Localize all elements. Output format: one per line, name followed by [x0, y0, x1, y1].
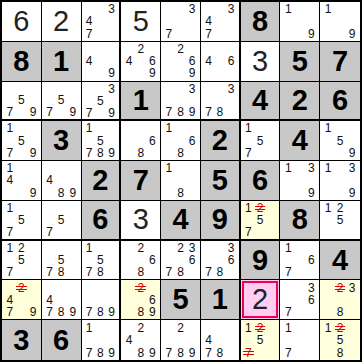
cell-r3c4[interactable]: 1 — [121, 82, 161, 122]
cell-r6c7[interactable]: 1257 — [241, 201, 281, 241]
candidate-2: 2 — [137, 322, 144, 334]
candidate-1: 1 — [325, 202, 332, 214]
cell-r6c1[interactable]: 157 — [2, 201, 42, 241]
cell-r4c8[interactable]: 4 — [280, 121, 320, 161]
given-digit: 2 — [292, 86, 308, 115]
candidate-1: 1 — [166, 162, 173, 174]
cell-r5c8[interactable]: 139 — [280, 161, 320, 201]
candidate-4: 4 — [86, 15, 93, 27]
candidate-grid: 2469 — [121, 42, 160, 81]
candidate-9: 9 — [349, 187, 356, 199]
given-digit: 6 — [92, 205, 108, 234]
candidate-1: 1 — [86, 122, 93, 134]
cell-r4c7[interactable]: 157 — [241, 121, 281, 161]
cell-r7c5[interactable]: 23678 — [161, 241, 201, 281]
cell-r7c8[interactable]: 167 — [280, 241, 320, 281]
candidate-9: 9 — [149, 347, 156, 359]
candidate-9: 9 — [308, 28, 315, 40]
candidate-5: 5 — [58, 214, 65, 226]
candidate-5: 5 — [97, 95, 104, 107]
candidate-7: 7 — [166, 347, 173, 359]
candidate-grid: 46 — [201, 42, 239, 81]
cell-r5c4[interactable]: 7 — [121, 161, 161, 201]
cell-r1c6[interactable]: 347 — [201, 2, 241, 42]
cell-r4c9[interactable]: 159 — [320, 121, 360, 161]
candidate-grid: 18 — [161, 161, 200, 200]
candidate-5: 5 — [257, 214, 264, 226]
candidate-7: 7 — [6, 147, 13, 159]
given-digit: 9 — [212, 205, 228, 234]
candidate-8: 8 — [177, 266, 184, 278]
candidate-grid: 347 — [201, 2, 239, 41]
candidate-1: 1 — [245, 322, 252, 334]
candidate-grid: 367 — [280, 280, 319, 319]
candidate-8: 8 — [137, 147, 144, 159]
candidate-grid: 3789 — [161, 82, 200, 120]
cell-r5c1[interactable]: 149 — [2, 161, 42, 201]
candidate-1: 1 — [6, 122, 13, 134]
candidate-grid: 238 — [320, 280, 360, 319]
candidate-grid: 19 — [280, 2, 319, 41]
cell-r7c6[interactable]: 3678 — [201, 241, 241, 281]
given-digit: 5 — [292, 47, 308, 76]
candidate-8: 8 — [177, 347, 184, 359]
candidate-grid: 579 — [2, 82, 41, 120]
given-digit: 8 — [13, 47, 29, 76]
candidate-grid: 37 — [161, 2, 200, 41]
candidate-7: 7 — [205, 266, 212, 278]
candidate-7: 7 — [86, 107, 93, 119]
candidate-7: 7 — [205, 106, 212, 118]
candidate-grid: 268 — [121, 241, 160, 280]
candidate-9: 9 — [108, 306, 115, 318]
candidate-8: 8 — [97, 306, 104, 318]
cell-r2c3[interactable]: 49 — [82, 42, 122, 82]
cell-r5c3[interactable]: 2 — [82, 161, 122, 201]
candidate-4: 4 — [126, 55, 133, 67]
given-digit: 7 — [332, 47, 348, 76]
cell-r3c5[interactable]: 3789 — [161, 82, 201, 122]
given-digit: 6 — [332, 86, 348, 115]
candidate-8: 8 — [216, 347, 223, 359]
given-digit: 4 — [172, 205, 188, 234]
candidate-9: 9 — [69, 306, 76, 318]
cell-r7c1[interactable]: 1257 — [2, 241, 42, 281]
cell-r7c9[interactable]: 4 — [320, 241, 360, 281]
candidate-2: 2 — [18, 242, 25, 254]
candidate-7: 7 — [6, 106, 13, 118]
candidate-7: 7 — [86, 347, 93, 359]
cell-r7c7[interactable]: 9 — [241, 241, 281, 281]
candidate-grid: 15789 — [82, 121, 120, 160]
candidate-7: 7 — [205, 28, 212, 40]
cell-r1c8[interactable]: 19 — [280, 2, 320, 42]
candidate-3: 3 — [349, 282, 356, 294]
candidate-1: 1 — [285, 242, 292, 254]
cell-r9c5[interactable]: 2789 — [161, 320, 201, 360]
given-digit: 8 — [292, 205, 308, 234]
candidate-7: 7 — [285, 347, 292, 359]
cell-r8c9[interactable]: 238 — [320, 280, 360, 320]
cell-r6c2[interactable]: 57 — [42, 201, 82, 241]
candidate-3: 3 — [228, 242, 235, 254]
cell-r3c1[interactable]: 579 — [2, 82, 42, 122]
candidate-grid: 19 — [320, 2, 360, 41]
cell-r4c5[interactable]: 168 — [161, 121, 201, 161]
candidate-grid: 578 — [42, 241, 81, 280]
candidate-4: 4 — [205, 334, 212, 346]
candidate-3: 3 — [308, 282, 315, 294]
entered-digit: 2 — [252, 285, 268, 314]
candidate-grid: 17 — [280, 320, 319, 360]
candidate-6: 6 — [149, 55, 156, 67]
candidate-7: 7 — [46, 306, 53, 318]
candidate-grid: 2489 — [121, 320, 160, 360]
candidate-3: 3 — [228, 83, 235, 95]
candidate-grid: 159 — [320, 121, 360, 160]
candidate-8: 8 — [137, 266, 144, 278]
cell-r4c4[interactable]: 68 — [121, 121, 161, 161]
candidate-6: 6 — [189, 135, 196, 147]
given-digit: 1 — [53, 47, 69, 76]
cell-r8c5[interactable]: 5 — [161, 280, 201, 320]
given-digit: 4 — [252, 86, 268, 115]
candidate-9: 9 — [69, 187, 76, 199]
candidate-grid: 3678 — [201, 241, 239, 280]
candidate-4: 4 — [86, 55, 93, 67]
candidate-grid: 1257 — [241, 320, 280, 360]
cell-r3c2[interactable]: 579 — [42, 82, 82, 122]
cell-r2c2[interactable]: 1 — [42, 42, 82, 82]
given-digit: 7 — [133, 166, 149, 195]
candidate-5: 5 — [337, 334, 344, 346]
candidate-4: 4 — [6, 174, 13, 186]
candidate-7: 7 — [86, 266, 93, 278]
candidate-4: 4 — [6, 294, 13, 306]
candidate-5: 5 — [58, 254, 65, 266]
candidate-6: 6 — [149, 294, 156, 306]
candidate-3: 3 — [108, 3, 115, 15]
candidate-9: 9 — [30, 187, 37, 199]
candidate-3: 3 — [108, 83, 115, 95]
candidate-5: 5 — [257, 334, 264, 346]
cell-r9c7[interactable]: 1257 — [241, 320, 281, 360]
candidate-9: 9 — [30, 106, 37, 118]
candidate-grid: 49 — [82, 42, 120, 81]
candidate-grid: 1257 — [2, 241, 41, 280]
cell-r2c1[interactable]: 8 — [2, 42, 42, 82]
candidate-3: 3 — [189, 3, 196, 15]
candidate-7: 7 — [245, 147, 252, 159]
candidate-2-struck: 2 — [337, 322, 344, 334]
candidate-8: 8 — [137, 306, 144, 318]
cell-r7c3[interactable]: 1578 — [82, 241, 122, 281]
candidate-9: 9 — [108, 347, 115, 359]
cell-r4c1[interactable]: 1579 — [2, 121, 42, 161]
cell-r4c3[interactable]: 15789 — [82, 121, 122, 161]
cell-r8c3[interactable]: 789 — [82, 280, 122, 320]
candidate-grid: 2689 — [121, 280, 160, 319]
cell-r2c6[interactable]: 46 — [201, 42, 241, 82]
candidate-3: 3 — [189, 83, 196, 95]
candidate-8: 8 — [177, 106, 184, 118]
candidate-grid: 2479 — [2, 280, 41, 319]
candidate-1: 1 — [325, 122, 332, 134]
cell-r5c7[interactable]: 6 — [241, 161, 281, 201]
solved-digit: 6 — [13, 7, 29, 36]
candidate-7: 7 — [46, 106, 53, 118]
cell-r6c8[interactable]: 8 — [280, 201, 320, 241]
cell-r1c3[interactable]: 347 — [82, 2, 122, 42]
candidate-7: 7 — [166, 106, 173, 118]
candidate-1: 1 — [285, 322, 292, 334]
cell-r2c5[interactable]: 269 — [161, 42, 201, 82]
given-digit: 3 — [13, 326, 29, 355]
candidate-9: 9 — [108, 147, 115, 159]
cell-r3c8[interactable]: 2 — [280, 82, 320, 122]
candidate-grid: 269 — [161, 42, 200, 81]
candidate-grid: 1258 — [320, 320, 360, 360]
candidate-8: 8 — [58, 187, 65, 199]
cell-r8c8[interactable]: 367 — [280, 280, 320, 320]
cell-r3c6[interactable]: 378 — [201, 82, 241, 122]
candidate-5: 5 — [337, 135, 344, 147]
candidate-grid: 1257 — [241, 201, 280, 239]
candidate-grid: 1789 — [82, 320, 120, 360]
candidate-2: 2 — [137, 43, 144, 55]
cell-r9c6[interactable]: 478 — [201, 320, 241, 360]
candidate-7: 7 — [285, 306, 292, 318]
cell-r9c9[interactable]: 1258 — [320, 320, 360, 360]
given-digit: 1 — [133, 86, 149, 115]
candidate-4: 4 — [205, 55, 212, 67]
candidate-9: 9 — [189, 67, 196, 79]
candidate-9: 9 — [69, 106, 76, 118]
candidate-grid: 157 — [241, 121, 280, 160]
cell-r4c6[interactable]: 2 — [201, 121, 241, 161]
given-digit: 3 — [53, 126, 69, 155]
cell-r1c1[interactable]: 6 — [2, 2, 42, 42]
given-digit: 5 — [212, 166, 228, 195]
candidate-2: 2 — [137, 242, 144, 254]
candidate-grid: 579 — [42, 82, 81, 120]
candidate-grid: 167 — [280, 241, 319, 280]
candidate-6: 6 — [228, 254, 235, 266]
candidate-8: 8 — [216, 106, 223, 118]
candidate-9: 9 — [30, 147, 37, 159]
cell-r9c1[interactable]: 3 — [2, 320, 42, 360]
solved-digit: 3 — [133, 205, 149, 234]
candidate-7: 7 — [86, 28, 93, 40]
candidate-2-struck: 2 — [137, 282, 144, 294]
candidate-9: 9 — [30, 306, 37, 318]
cell-r9c3[interactable]: 1789 — [82, 320, 122, 360]
candidate-7: 7 — [205, 347, 212, 359]
cell-r8c2[interactable]: 4789 — [42, 280, 82, 320]
candidate-2: 2 — [177, 242, 184, 254]
candidate-1: 1 — [86, 242, 93, 254]
candidate-grid: 4789 — [42, 280, 81, 319]
candidate-grid: 168 — [161, 121, 200, 160]
candidate-grid: 139 — [280, 161, 319, 200]
candidate-grid: 68 — [121, 121, 160, 160]
cell-r1c4[interactable]: 5 — [121, 2, 161, 42]
candidate-6: 6 — [308, 254, 315, 266]
candidate-grid: 789 — [82, 280, 120, 319]
candidate-8: 8 — [337, 306, 344, 318]
cell-r6c4[interactable]: 3 — [121, 201, 161, 241]
candidate-1: 1 — [6, 242, 13, 254]
candidate-1: 1 — [6, 202, 13, 214]
cell-r4c2[interactable]: 3 — [42, 121, 82, 161]
cell-r8c7[interactable]: 2 — [241, 280, 281, 320]
cell-r5c2[interactable]: 489 — [42, 161, 82, 201]
candidate-7: 7 — [166, 266, 173, 278]
candidate-7: 7 — [6, 306, 13, 318]
solved-digit: 2 — [53, 7, 69, 36]
candidate-7: 7 — [46, 266, 53, 278]
candidate-5: 5 — [18, 94, 25, 106]
given-digit: 2 — [212, 126, 228, 155]
cell-r8c6[interactable]: 1 — [201, 280, 241, 320]
cell-r1c9[interactable]: 19 — [320, 2, 360, 42]
candidate-6: 6 — [228, 55, 235, 67]
solved-digit: 5 — [133, 7, 149, 36]
candidate-3: 3 — [189, 242, 196, 254]
candidate-3: 3 — [349, 162, 356, 174]
candidate-1: 1 — [86, 322, 93, 334]
candidate-9: 9 — [149, 67, 156, 79]
candidate-8: 8 — [137, 347, 144, 359]
solved-digit: 3 — [252, 47, 268, 76]
candidate-2: 2 — [177, 322, 184, 334]
cell-r9c4[interactable]: 2489 — [121, 320, 161, 360]
candidate-4: 4 — [126, 334, 133, 346]
candidate-6: 6 — [308, 294, 315, 306]
candidate-grid: 139 — [320, 161, 360, 200]
candidate-4: 4 — [205, 15, 212, 27]
candidate-2-struck: 2 — [18, 282, 25, 294]
candidate-8: 8 — [177, 187, 184, 199]
candidate-2: 2 — [177, 43, 184, 55]
cell-r5c6[interactable]: 5 — [201, 161, 241, 201]
candidate-7: 7 — [285, 266, 292, 278]
cell-r7c4[interactable]: 268 — [121, 241, 161, 281]
cell-r8c4[interactable]: 2689 — [121, 280, 161, 320]
candidate-1: 1 — [285, 162, 292, 174]
cell-r6c6[interactable]: 9 — [201, 201, 241, 241]
candidate-grid: 3579 — [82, 82, 120, 120]
cell-r2c4[interactable]: 2469 — [121, 42, 161, 82]
candidate-5: 5 — [97, 135, 104, 147]
cell-r6c3[interactable]: 6 — [82, 201, 122, 241]
cell-r7c2[interactable]: 578 — [42, 241, 82, 281]
candidate-1: 1 — [245, 202, 252, 214]
sudoku-board: 6234753734781919814924692694635757957935… — [0, 0, 362, 362]
candidate-6: 6 — [189, 254, 196, 266]
candidate-5: 5 — [257, 135, 264, 147]
cell-r5c5[interactable]: 18 — [161, 161, 201, 201]
candidate-5: 5 — [58, 94, 65, 106]
candidate-grid: 1578 — [82, 241, 120, 280]
candidate-8: 8 — [97, 147, 104, 159]
candidate-8: 8 — [97, 347, 104, 359]
candidate-9: 9 — [149, 306, 156, 318]
given-digit: 4 — [332, 246, 348, 275]
candidate-3: 3 — [228, 3, 235, 15]
cell-r5c9[interactable]: 139 — [320, 161, 360, 201]
candidate-grid: 478 — [201, 320, 239, 360]
candidate-grid: 489 — [42, 161, 81, 200]
candidate-8: 8 — [337, 347, 344, 359]
cell-r3c9[interactable]: 6 — [320, 82, 360, 122]
candidate-5: 5 — [97, 254, 104, 266]
cell-r3c3[interactable]: 3579 — [82, 82, 122, 122]
cell-r1c7[interactable]: 8 — [241, 2, 281, 42]
candidate-5: 5 — [18, 135, 25, 147]
candidate-grid: 347 — [82, 2, 120, 41]
cell-r3c7[interactable]: 4 — [241, 82, 281, 122]
candidate-grid: 2789 — [161, 320, 200, 360]
candidate-3: 3 — [308, 162, 315, 174]
given-digit: 9 — [252, 246, 268, 275]
candidate-grid: 1579 — [2, 121, 41, 160]
cell-r2c7[interactable]: 3 — [241, 42, 281, 82]
candidate-6: 6 — [149, 254, 156, 266]
cell-r2c9[interactable]: 7 — [320, 42, 360, 82]
candidate-5: 5 — [18, 214, 25, 226]
candidate-9: 9 — [189, 106, 196, 118]
candidate-grid: 57 — [42, 201, 81, 239]
candidate-5: 5 — [337, 214, 344, 226]
given-digit: 6 — [252, 166, 268, 195]
cell-r9c8[interactable]: 17 — [280, 320, 320, 360]
candidate-7: 7 — [245, 226, 252, 238]
candidate-8: 8 — [58, 266, 65, 278]
candidate-grid: 149 — [2, 161, 41, 200]
candidate-1: 1 — [245, 122, 252, 134]
given-digit: 5 — [172, 285, 188, 314]
cell-r6c9[interactable]: 125 — [320, 201, 360, 241]
cell-r1c5[interactable]: 37 — [161, 2, 201, 42]
cell-r6c5[interactable]: 4 — [161, 201, 201, 241]
candidate-9: 9 — [108, 67, 115, 79]
candidate-9: 9 — [308, 187, 315, 199]
candidate-7: 7 — [46, 226, 53, 238]
candidate-7: 7 — [86, 306, 93, 318]
candidate-1: 1 — [325, 322, 332, 334]
candidate-6: 6 — [149, 135, 156, 147]
candidate-8: 8 — [97, 266, 104, 278]
candidate-2-struck: 2 — [337, 282, 344, 294]
cell-r9c2[interactable]: 6 — [42, 320, 82, 360]
candidate-1: 1 — [166, 122, 173, 134]
cell-r1c2[interactable]: 2 — [42, 2, 82, 42]
candidate-6: 6 — [189, 55, 196, 67]
candidate-1: 1 — [325, 162, 332, 174]
given-digit: 6 — [53, 326, 69, 355]
given-digit: 2 — [92, 166, 108, 195]
candidate-4: 4 — [46, 174, 53, 186]
cell-r2c8[interactable]: 5 — [280, 42, 320, 82]
given-digit: 4 — [292, 126, 308, 155]
candidate-7: 7 — [166, 28, 173, 40]
candidate-grid: 125 — [320, 201, 360, 239]
candidate-4: 4 — [46, 294, 53, 306]
cell-r8c1[interactable]: 2479 — [2, 280, 42, 320]
candidate-5: 5 — [18, 254, 25, 266]
candidate-7: 7 — [86, 147, 93, 159]
